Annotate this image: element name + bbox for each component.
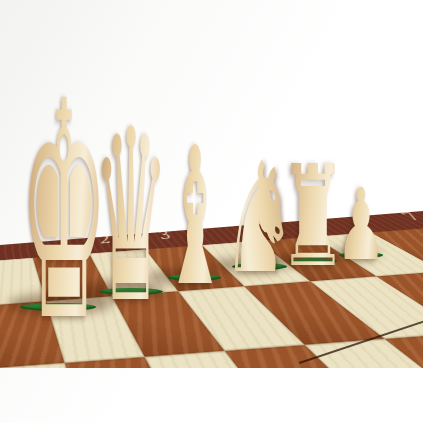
bishop-glyph: ♝ (163, 123, 228, 313)
frame-coordinate-label: 7 (394, 212, 423, 222)
queen-glyph: ♛ (93, 98, 170, 336)
chess-set-photo: 2 3 7 ♚ ♛ ♝ ♞ ♜ ♟ (0, 0, 423, 423)
pawn-glyph: ♟ (336, 175, 386, 274)
